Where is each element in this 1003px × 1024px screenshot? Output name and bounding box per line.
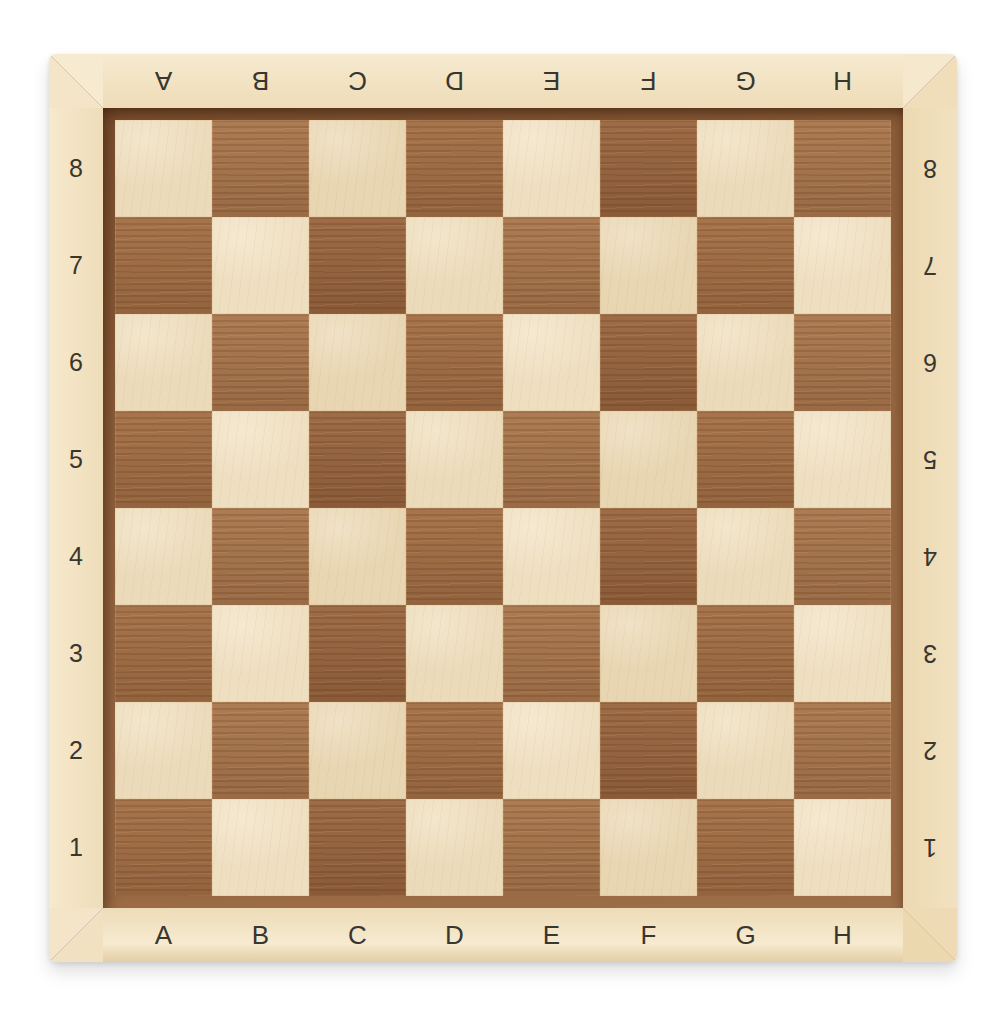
square-e4[interactable] [503,508,600,605]
square-h5[interactable] [794,411,891,508]
rank-label-6: 6 [903,314,957,411]
square-h6[interactable] [794,314,891,411]
square-c7[interactable] [309,217,406,314]
square-h2[interactable] [794,702,891,799]
square-e8[interactable] [503,120,600,217]
rank-label-1: 1 [903,799,957,896]
square-f1[interactable] [600,799,697,896]
rank-label-5: 5 [49,411,103,508]
file-label-h: H [794,68,891,94]
square-c3[interactable] [309,605,406,702]
chessboard: ABCDEFGH 87654321 87654321 ABCDEFGH [49,54,957,962]
rank-label-7: 7 [49,217,103,314]
square-c2[interactable] [309,702,406,799]
file-label-b: B [212,922,309,948]
square-d1[interactable] [406,799,503,896]
rank-label-8: 8 [49,120,103,217]
file-label-f: F [600,68,697,94]
frame-corner-top-right [903,54,957,108]
square-f2[interactable] [600,702,697,799]
rank-label-4: 4 [49,508,103,605]
square-d7[interactable] [406,217,503,314]
file-label-e: E [503,922,600,948]
square-c1[interactable] [309,799,406,896]
frame-corner-bottom-right [903,908,957,962]
file-label-a: A [115,68,212,94]
square-e3[interactable] [503,605,600,702]
square-f7[interactable] [600,217,697,314]
square-g5[interactable] [697,411,794,508]
rank-label-5: 5 [903,411,957,508]
square-b1[interactable] [212,799,309,896]
square-e1[interactable] [503,799,600,896]
square-a2[interactable] [115,702,212,799]
file-label-d: D [406,68,503,94]
square-a3[interactable] [115,605,212,702]
rank-label-8: 8 [903,120,957,217]
square-c6[interactable] [309,314,406,411]
rank-label-3: 3 [49,605,103,702]
square-f8[interactable] [600,120,697,217]
file-label-g: G [697,922,794,948]
square-f4[interactable] [600,508,697,605]
square-b6[interactable] [212,314,309,411]
square-h7[interactable] [794,217,891,314]
square-g7[interactable] [697,217,794,314]
square-g2[interactable] [697,702,794,799]
rank-labels-left: 87654321 [49,108,103,908]
file-label-a: A [115,922,212,948]
square-h1[interactable] [794,799,891,896]
square-d3[interactable] [406,605,503,702]
square-g8[interactable] [697,120,794,217]
square-c5[interactable] [309,411,406,508]
square-a6[interactable] [115,314,212,411]
file-label-c: C [309,922,406,948]
rank-labels-right: 87654321 [903,108,957,908]
square-g1[interactable] [697,799,794,896]
rank-label-6: 6 [49,314,103,411]
square-b2[interactable] [212,702,309,799]
square-b5[interactable] [212,411,309,508]
square-g4[interactable] [697,508,794,605]
rank-label-7: 7 [903,217,957,314]
square-h4[interactable] [794,508,891,605]
file-label-c: C [309,68,406,94]
square-d2[interactable] [406,702,503,799]
rank-label-1: 1 [49,799,103,896]
square-a5[interactable] [115,411,212,508]
square-a7[interactable] [115,217,212,314]
square-h3[interactable] [794,605,891,702]
frame-corner-top-left [49,54,103,108]
squares-grid [115,120,891,896]
playing-field [103,108,903,908]
rank-label-2: 2 [903,702,957,799]
file-label-b: B [212,68,309,94]
square-b3[interactable] [212,605,309,702]
square-f3[interactable] [600,605,697,702]
square-a4[interactable] [115,508,212,605]
square-e2[interactable] [503,702,600,799]
file-label-e: E [503,68,600,94]
square-b4[interactable] [212,508,309,605]
rank-label-3: 3 [903,605,957,702]
square-d4[interactable] [406,508,503,605]
file-label-f: F [600,922,697,948]
file-label-g: G [697,68,794,94]
frame-corner-bottom-left [49,908,103,962]
square-f5[interactable] [600,411,697,508]
square-g3[interactable] [697,605,794,702]
square-c8[interactable] [309,120,406,217]
square-e6[interactable] [503,314,600,411]
square-a1[interactable] [115,799,212,896]
square-b7[interactable] [212,217,309,314]
rank-label-2: 2 [49,702,103,799]
square-e5[interactable] [503,411,600,508]
square-d6[interactable] [406,314,503,411]
file-label-h: H [794,922,891,948]
square-f6[interactable] [600,314,697,411]
file-label-d: D [406,922,503,948]
square-a8[interactable] [115,120,212,217]
file-labels-top: ABCDEFGH [103,54,903,108]
square-g6[interactable] [697,314,794,411]
square-d8[interactable] [406,120,503,217]
rank-label-4: 4 [903,508,957,605]
file-labels-bottom: ABCDEFGH [103,908,903,962]
square-c4[interactable] [309,508,406,605]
square-e7[interactable] [503,217,600,314]
square-d5[interactable] [406,411,503,508]
square-h8[interactable] [794,120,891,217]
square-b8[interactable] [212,120,309,217]
